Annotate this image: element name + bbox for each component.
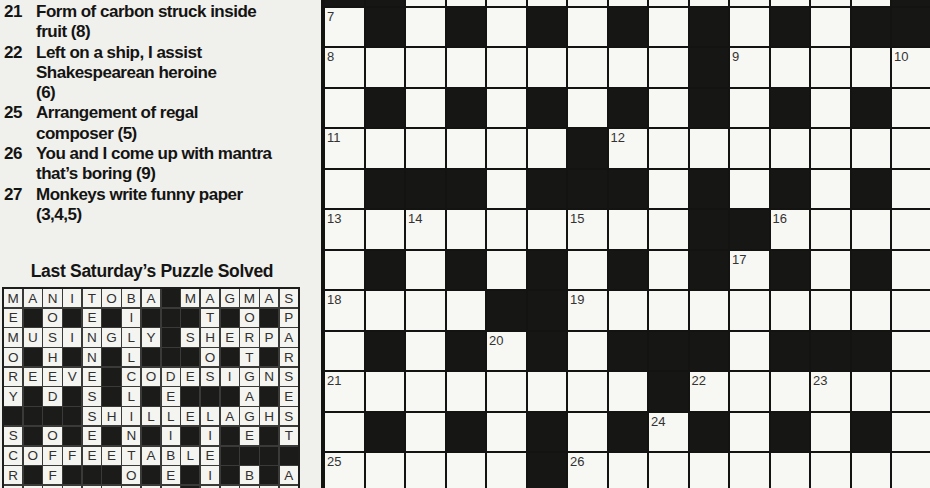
solved-grid-letter-cell: E [162, 387, 180, 405]
main-grid-black-cell [528, 413, 567, 452]
solved-grid-letter-cell: E [240, 427, 258, 445]
solved-grid-letter-cell: T [83, 289, 101, 307]
main-grid-cell[interactable] [771, 453, 810, 488]
solved-grid-black-cell [24, 387, 42, 405]
solved-grid-black-cell [24, 407, 42, 425]
main-grid-black-cell [771, 413, 810, 452]
solved-grid-black-cell [260, 427, 278, 445]
solved-grid-black-cell [221, 427, 239, 445]
solved-grid-letter-cell: C [122, 368, 140, 386]
main-grid-cell[interactable] [568, 413, 607, 452]
solved-grid-letter-cell: R [240, 328, 258, 346]
grid-clue-number: 15 [570, 211, 584, 226]
main-grid-cell[interactable] [852, 291, 891, 330]
main-grid-cell[interactable] [406, 251, 445, 290]
main-grid-cell[interactable]: 18 [325, 291, 364, 330]
solved-grid-letter-cell: Y [142, 328, 160, 346]
solved-grid-letter-cell: E [43, 368, 61, 386]
main-grid-cell[interactable]: 11 [325, 129, 364, 168]
main-grid-cell[interactable]: 14 [406, 210, 445, 249]
solved-grid-letter-cell: N [43, 289, 61, 307]
clue-text: You and I come up with mantra that’s bor… [36, 144, 306, 185]
main-grid-cell[interactable] [811, 413, 850, 452]
main-grid-cell[interactable] [852, 453, 891, 488]
solved-grid-letter-cell: S [181, 328, 199, 346]
main-grid-cell[interactable] [325, 413, 364, 452]
main-grid-cell[interactable] [649, 129, 688, 168]
main-grid-cell[interactable]: 9 [730, 48, 769, 87]
main-grid-cell[interactable]: 13 [325, 210, 364, 249]
main-grid-cell[interactable] [771, 291, 810, 330]
main-grid-cell[interactable] [487, 413, 526, 452]
solved-grid-letter-cell: L [122, 328, 140, 346]
main-grid-cell[interactable] [690, 453, 729, 488]
main-grid-cell[interactable] [730, 332, 769, 371]
main-grid-cell[interactable] [730, 0, 769, 6]
main-grid-cell[interactable] [690, 0, 729, 6]
main-grid-black-cell [528, 89, 567, 128]
main-grid-cell[interactable] [690, 291, 729, 330]
solved-grid-black-cell [142, 387, 160, 405]
main-grid-cell[interactable] [528, 372, 567, 411]
main-grid-cell[interactable] [487, 251, 526, 290]
solved-grid-letter-cell: D [162, 368, 180, 386]
solved-grid-letter-cell: G [221, 289, 239, 307]
solved-grid-black-cell [63, 427, 81, 445]
solved-grid-letter-cell: I [63, 328, 81, 346]
clue-number: 21 [4, 2, 36, 22]
main-grid-cell[interactable] [487, 210, 526, 249]
main-grid-cell[interactable] [771, 372, 810, 411]
main-grid-black-cell [568, 129, 607, 168]
main-grid-cell[interactable] [852, 210, 891, 249]
solved-grid-black-cell [221, 387, 239, 405]
across-clue-21: 21 Form of carbon struck inside fruit (8… [4, 2, 306, 43]
solved-grid-letter-cell: L [122, 387, 140, 405]
main-grid-cell[interactable] [730, 129, 769, 168]
grid-clue-number: 14 [408, 211, 422, 226]
main-grid-cell[interactable] [649, 251, 688, 290]
solved-grid-letter-cell: P [280, 309, 298, 327]
main-grid-cell[interactable] [811, 89, 850, 128]
grid-clue-number: 26 [570, 454, 584, 469]
main-grid-black-cell [447, 413, 486, 452]
solved-grid-letter-cell: A [142, 447, 160, 465]
solved-grid-letter-cell: B [162, 447, 180, 465]
main-grid-cell[interactable]: 24 [649, 413, 688, 452]
solved-grid-letter-cell: V [63, 368, 81, 386]
solved-grid-letter-cell: L [122, 348, 140, 366]
main-grid-cell[interactable] [487, 453, 526, 488]
main-grid-cell[interactable] [892, 291, 930, 330]
solved-grid-letter-cell: N [260, 368, 278, 386]
main-grid-cell[interactable] [528, 129, 567, 168]
solved-grid-black-cell [102, 348, 120, 366]
solved-grid-letter-cell: G [240, 368, 258, 386]
main-grid-cell[interactable] [568, 48, 607, 87]
main-grid-cell[interactable] [487, 89, 526, 128]
main-grid-black-cell [609, 89, 648, 128]
solved-grid-letter-cell: O [142, 368, 160, 386]
main-grid-cell[interactable] [771, 129, 810, 168]
solved-grid-black-cell [201, 387, 219, 405]
solved-grid-black-cell [83, 466, 101, 484]
solved-grid-letter-cell: E [24, 368, 42, 386]
main-grid-black-cell [487, 291, 526, 330]
solved-grid-letter-cell: O [24, 447, 42, 465]
main-grid-cell[interactable] [649, 8, 688, 47]
solved-grid-letter-cell: I [63, 289, 81, 307]
solved-grid-letter-cell: O [201, 348, 219, 366]
across-clues-list: 21 Form of carbon struck inside fruit (8… [4, 2, 306, 225]
grid-clue-number: 16 [773, 211, 787, 226]
main-grid-cell[interactable] [568, 8, 607, 47]
solved-grid-letter-cell: I [201, 427, 219, 445]
main-grid-cell[interactable] [730, 453, 769, 488]
main-grid-cell[interactable] [649, 210, 688, 249]
solved-grid-letter-cell: T [201, 309, 219, 327]
main-grid-cell[interactable] [811, 0, 850, 6]
main-grid-cell[interactable] [325, 332, 364, 371]
main-grid-cell[interactable] [528, 210, 567, 249]
main-grid-cell[interactable] [609, 48, 648, 87]
main-grid-cell[interactable] [811, 453, 850, 488]
solved-grid-black-cell [142, 348, 160, 366]
main-grid-black-cell [528, 332, 567, 371]
main-grid-cell[interactable] [447, 210, 486, 249]
main-grid-cell[interactable] [406, 8, 445, 47]
main-grid-black-cell [447, 8, 486, 47]
grid-clue-number: 22 [692, 373, 706, 388]
solved-grid-black-cell [162, 348, 180, 366]
main-grid-cell[interactable] [568, 89, 607, 128]
main-grid-cell[interactable] [568, 332, 607, 371]
main-grid-cell[interactable]: 25 [325, 453, 364, 488]
clue-text: Form of carbon struck inside fruit (8) [36, 2, 306, 43]
main-grid-cell[interactable] [447, 0, 486, 6]
grid-clue-number: 21 [327, 373, 341, 388]
main-grid-cell[interactable] [690, 129, 729, 168]
main-grid-cell[interactable] [771, 48, 810, 87]
solved-grid-black-cell [142, 427, 160, 445]
main-grid-cell[interactable] [447, 372, 486, 411]
main-grid-cell[interactable] [649, 170, 688, 209]
main-grid-black-cell [366, 89, 405, 128]
main-grid-cell[interactable] [892, 251, 930, 290]
main-grid-cell[interactable]: 21 [325, 372, 364, 411]
solved-grid-letter-cell: N [122, 427, 140, 445]
main-grid-black-cell [366, 0, 405, 6]
main-grid-cell[interactable] [730, 8, 769, 47]
solved-grid-letter-cell: C [4, 447, 22, 465]
main-grid-cell[interactable]: 22 [690, 372, 729, 411]
solved-puzzle-grid: MANITOBAMAGMASEOEITOPMUSINGLYSHERPAOHNLO… [2, 287, 300, 488]
solved-grid-black-cell [260, 387, 278, 405]
main-grid-cell[interactable] [487, 48, 526, 87]
main-grid-cell[interactable] [892, 210, 930, 249]
solved-grid-black-cell [24, 348, 42, 366]
solved-grid-letter-cell: N [83, 328, 101, 346]
main-grid-cell[interactable] [406, 413, 445, 452]
main-grid-black-cell [609, 413, 648, 452]
solved-grid-letter-cell: O [43, 427, 61, 445]
main-grid-cell[interactable] [406, 453, 445, 488]
main-grid-cell[interactable] [487, 129, 526, 168]
main-grid-black-cell [852, 413, 891, 452]
grid-clue-number: 17 [732, 252, 746, 267]
solved-grid-black-cell [162, 289, 180, 307]
main-grid-cell[interactable] [487, 170, 526, 209]
main-grid-cell[interactable] [568, 251, 607, 290]
main-grid-cell[interactable] [325, 89, 364, 128]
main-grid-cell[interactable] [325, 251, 364, 290]
solved-grid-letter-cell: U [24, 328, 42, 346]
main-grid-cell[interactable] [447, 291, 486, 330]
main-grid-cell[interactable] [609, 453, 648, 488]
solved-grid-letter-cell: A [201, 289, 219, 307]
main-grid-cell[interactable] [811, 170, 850, 209]
main-crossword-grid[interactable]: 7891011121314151617181920212223242526 [321, 0, 930, 488]
main-grid-cell[interactable]: 7 [325, 8, 364, 47]
main-grid-black-cell [730, 210, 769, 249]
main-grid-cell[interactable] [568, 0, 607, 6]
main-grid-cell[interactable] [406, 332, 445, 371]
grid-clue-number: 18 [327, 292, 341, 307]
crossword-page: 21 Form of carbon struck inside fruit (8… [0, 0, 930, 488]
main-grid-cell[interactable] [892, 332, 930, 371]
main-grid-cell[interactable] [325, 170, 364, 209]
main-grid-cell[interactable]: 20 [487, 332, 526, 371]
main-grid-black-cell [771, 332, 810, 371]
solved-grid-black-cell [63, 348, 81, 366]
main-grid-cell[interactable] [892, 89, 930, 128]
main-grid-cell[interactable] [649, 48, 688, 87]
main-grid-cell[interactable] [892, 170, 930, 209]
main-grid-cell[interactable] [892, 129, 930, 168]
solved-grid-black-cell [102, 466, 120, 484]
main-grid-black-cell [690, 210, 729, 249]
main-grid-cell[interactable] [406, 0, 445, 6]
main-grid-cell[interactable] [852, 48, 891, 87]
main-grid-black-cell [609, 251, 648, 290]
solved-grid-black-cell [240, 447, 258, 465]
main-grid-cell[interactable] [852, 129, 891, 168]
solved-grid-letter-cell: A [240, 387, 258, 405]
solved-grid-black-cell [162, 309, 180, 327]
main-grid-cell[interactable] [649, 0, 688, 6]
main-grid-cell[interactable] [811, 291, 850, 330]
main-grid-cell[interactable] [730, 170, 769, 209]
main-grid-cell[interactable] [730, 413, 769, 452]
main-grid-black-cell [771, 251, 810, 290]
main-grid-cell[interactable]: 23 [811, 372, 850, 411]
main-grid-cell[interactable]: 12 [609, 129, 648, 168]
solved-grid-letter-cell: E [83, 368, 101, 386]
solved-grid-letter-cell: L [181, 447, 199, 465]
main-grid-cell[interactable] [730, 291, 769, 330]
solved-grid-letter-cell: D [43, 387, 61, 405]
solved-grid-black-cell [260, 348, 278, 366]
main-grid-cell[interactable] [366, 129, 405, 168]
main-grid-black-cell [690, 89, 729, 128]
solved-grid-letter-cell: O [102, 289, 120, 307]
main-grid-cell[interactable] [771, 0, 810, 6]
main-grid-cell[interactable] [811, 210, 850, 249]
main-grid-cell[interactable]: 8 [325, 48, 364, 87]
main-grid-cell[interactable] [892, 453, 930, 488]
solved-grid-letter-cell: F [43, 466, 61, 484]
main-grid-cell[interactable] [528, 0, 567, 6]
main-grid-black-cell [771, 8, 810, 47]
main-grid-black-cell [811, 332, 850, 371]
solved-grid-letter-cell: O [4, 348, 22, 366]
main-grid-cell[interactable]: 15 [568, 210, 607, 249]
solved-grid-black-cell [181, 309, 199, 327]
solved-grid-letter-cell: H [260, 407, 278, 425]
main-grid-cell[interactable] [649, 89, 688, 128]
main-grid-cell[interactable] [366, 453, 405, 488]
main-grid-cell[interactable] [649, 453, 688, 488]
grid-clue-number: 19 [570, 292, 584, 307]
main-grid-cell[interactable] [609, 372, 648, 411]
solved-grid-letter-cell: G [102, 328, 120, 346]
main-grid-cell[interactable] [487, 372, 526, 411]
grid-clue-number: 9 [732, 49, 739, 64]
solved-grid-letter-cell: E [181, 407, 199, 425]
main-grid-black-cell [852, 8, 891, 47]
solved-grid-letter-cell: S [280, 289, 298, 307]
solved-grid-black-cell [24, 309, 42, 327]
grid-clue-number: 11 [327, 130, 341, 145]
main-grid-cell[interactable]: 16 [771, 210, 810, 249]
solved-grid-letter-cell: S [280, 368, 298, 386]
main-grid-cell[interactable] [487, 0, 526, 6]
grid-clue-number: 8 [327, 49, 334, 64]
main-grid-cell[interactable] [447, 453, 486, 488]
solved-grid-letter-cell: E [280, 387, 298, 405]
solved-grid-letter-cell: I [162, 427, 180, 445]
main-grid-cell[interactable]: 17 [730, 251, 769, 290]
main-grid-cell[interactable] [447, 48, 486, 87]
solved-puzzle-heading: Last Saturday’s Puzzle Solved [0, 261, 304, 282]
main-grid-black-cell [609, 170, 648, 209]
main-grid-cell[interactable] [366, 372, 405, 411]
main-grid-black-cell [649, 332, 688, 371]
main-grid-cell[interactable]: 10 [892, 48, 930, 87]
main-grid-black-cell [690, 170, 729, 209]
solved-grid-letter-cell: S [83, 387, 101, 405]
solved-grid-letter-cell: T [122, 447, 140, 465]
main-grid-cell[interactable] [406, 89, 445, 128]
main-grid-cell[interactable] [892, 413, 930, 452]
main-grid-cell[interactable] [568, 372, 607, 411]
main-grid-black-cell [852, 332, 891, 371]
solved-grid-letter-cell: O [43, 309, 61, 327]
solved-grid-letter-cell: A [260, 289, 278, 307]
main-grid-cell[interactable] [811, 251, 850, 290]
solved-grid-black-cell [102, 427, 120, 445]
main-grid-black-cell [771, 89, 810, 128]
main-grid-cell[interactable]: 19 [568, 291, 607, 330]
main-grid-cell[interactable] [730, 372, 769, 411]
solved-grid-letter-cell: R [280, 348, 298, 366]
solved-grid-black-cell [181, 466, 199, 484]
main-grid-cell[interactable] [366, 291, 405, 330]
solved-grid-black-cell [221, 348, 239, 366]
solved-grid-letter-cell: P [260, 328, 278, 346]
main-grid-cell[interactable] [366, 210, 405, 249]
solved-grid-letter-cell: A [280, 328, 298, 346]
solved-grid-letter-cell: I [122, 309, 140, 327]
solved-grid-black-cell [102, 368, 120, 386]
solved-grid-letter-cell: S [83, 407, 101, 425]
main-grid-cell[interactable] [811, 48, 850, 87]
main-grid-cell[interactable] [609, 0, 648, 6]
main-grid-black-cell [649, 372, 688, 411]
grid-clue-number: 12 [611, 130, 625, 145]
grid-clue-number: 7 [327, 9, 334, 24]
main-grid-black-cell [690, 413, 729, 452]
main-grid-cell[interactable] [609, 291, 648, 330]
main-grid-cell[interactable] [366, 48, 405, 87]
solved-grid-black-cell [181, 348, 199, 366]
grid-clue-number: 13 [327, 211, 341, 226]
main-grid-cell[interactable] [730, 89, 769, 128]
main-grid-cell[interactable] [892, 372, 930, 411]
main-grid-cell[interactable] [406, 291, 445, 330]
clue-number: 26 [4, 144, 36, 164]
solved-grid-letter-cell: M [4, 328, 22, 346]
solved-grid-black-cell [280, 447, 298, 465]
solved-grid-black-cell [221, 466, 239, 484]
main-grid-cell[interactable] [406, 372, 445, 411]
main-grid-black-cell [528, 291, 567, 330]
main-grid-cell[interactable] [528, 48, 567, 87]
solved-grid-black-cell [63, 309, 81, 327]
main-grid-cell[interactable] [811, 8, 850, 47]
solved-grid-letter-cell: T [280, 427, 298, 445]
solved-grid-black-cell [181, 387, 199, 405]
main-grid-cell[interactable] [852, 372, 891, 411]
solved-grid-black-cell [24, 466, 42, 484]
main-grid-black-cell [609, 332, 648, 371]
main-grid-black-cell [528, 8, 567, 47]
main-grid-cell[interactable] [447, 129, 486, 168]
main-grid-cell[interactable] [609, 210, 648, 249]
main-grid-black-cell [771, 170, 810, 209]
solved-grid-letter-cell: A [142, 289, 160, 307]
solved-grid-letter-cell: E [181, 368, 199, 386]
main-grid-cell[interactable] [811, 129, 850, 168]
main-grid-cell[interactable] [406, 129, 445, 168]
solved-grid-letter-cell: A [221, 407, 239, 425]
main-grid-black-cell [366, 251, 405, 290]
solved-grid-black-cell [142, 466, 160, 484]
solved-grid-black-cell [102, 387, 120, 405]
solved-grid-letter-cell: B [122, 289, 140, 307]
clue-number: 25 [4, 103, 36, 123]
main-grid-cell[interactable] [406, 48, 445, 87]
main-grid-black-cell [568, 170, 607, 209]
main-grid-cell[interactable] [852, 0, 891, 6]
solved-grid-black-cell [63, 466, 81, 484]
main-grid-cell[interactable] [487, 8, 526, 47]
solved-grid-letter-cell: F [63, 447, 81, 465]
solved-grid-letter-cell: H [102, 407, 120, 425]
main-grid-cell[interactable]: 26 [568, 453, 607, 488]
main-grid-cell[interactable] [649, 291, 688, 330]
solved-grid-letter-cell: A [24, 289, 42, 307]
